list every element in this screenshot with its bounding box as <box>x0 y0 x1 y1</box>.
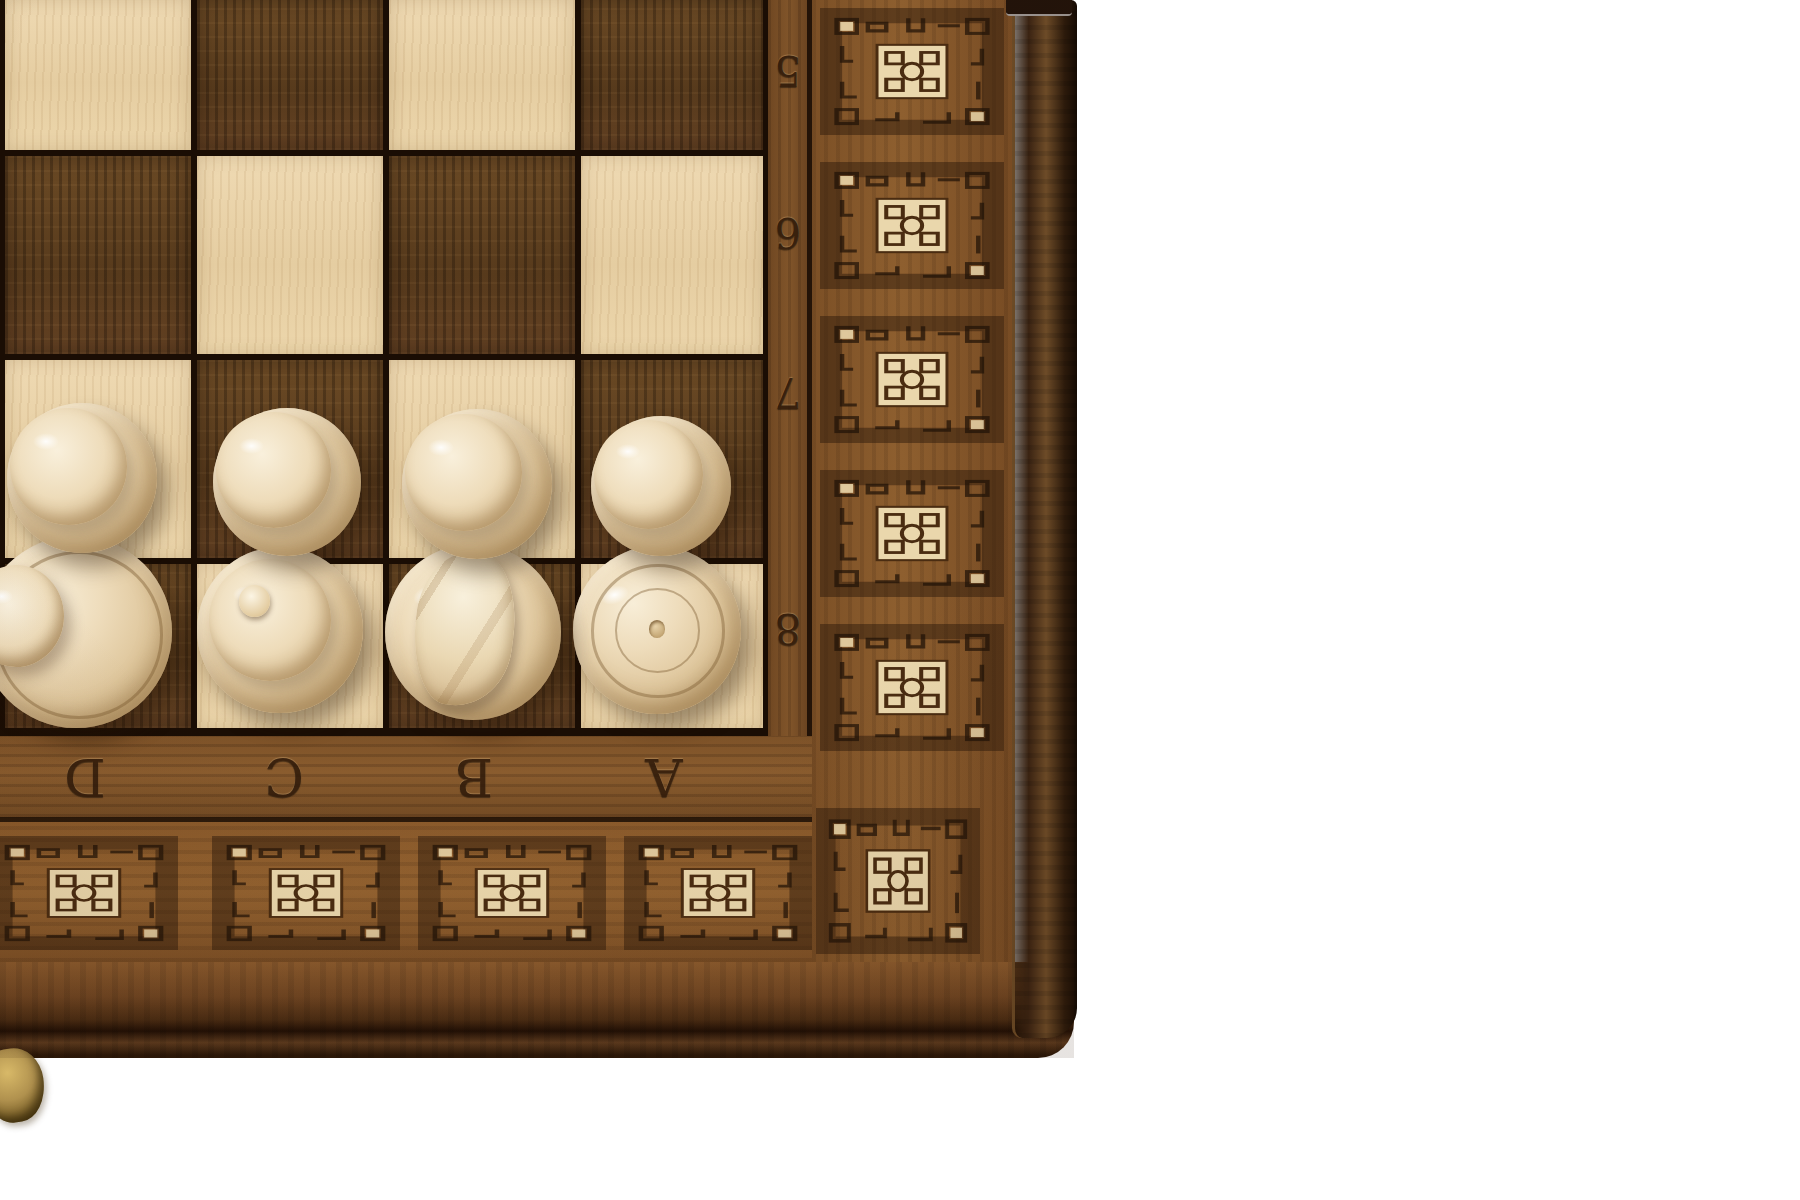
carved-ornament-square <box>816 808 980 954</box>
lid-edge <box>1006 0 1072 16</box>
pawn-dome <box>216 412 331 527</box>
piece-white-rook-a8[interactable] <box>573 546 741 714</box>
rank-label-strip: 5678 <box>768 0 812 736</box>
meander-inlay-icon <box>816 808 980 954</box>
square-a5[interactable] <box>581 0 763 150</box>
piece-white-knight-b8[interactable] <box>385 544 561 720</box>
carved-ornament-square <box>212 836 400 950</box>
carved-ornament-square <box>820 470 1004 597</box>
square-b5[interactable] <box>389 0 575 150</box>
carved-ornament-square <box>418 836 606 950</box>
piece-white-pawn-c7[interactable] <box>213 408 361 556</box>
meander-inlay-icon <box>212 836 400 950</box>
meander-inlay-icon <box>820 470 1004 597</box>
file-label-strip: DCBA <box>0 736 812 822</box>
meander-inlay-icon <box>0 836 178 950</box>
meander-inlay-icon <box>418 836 606 950</box>
square-d6[interactable] <box>5 156 191 354</box>
file-label-c: C <box>264 747 304 807</box>
photo-scene: 5678 DCBA <box>0 0 1800 1200</box>
carved-ornament-square <box>820 162 1004 289</box>
file-label-a: A <box>645 747 683 807</box>
pawn-dome <box>594 420 703 529</box>
rank-label-6: 6 <box>775 208 802 257</box>
meander-inlay-icon <box>820 316 1004 443</box>
carved-ornament-square <box>820 624 1004 751</box>
square-a6[interactable] <box>581 156 763 354</box>
bishop-finial <box>239 585 271 617</box>
box-side-bottom <box>0 962 1074 1058</box>
carved-ornament-square <box>624 836 812 950</box>
piece-white-bishop-c8[interactable] <box>197 547 363 713</box>
meander-inlay-icon <box>820 8 1004 135</box>
square-d5[interactable] <box>5 0 191 150</box>
carved-ornament-square <box>0 836 178 950</box>
carved-ornament-square <box>820 316 1004 443</box>
rank-label-5: 5 <box>775 46 802 95</box>
meander-inlay-icon <box>624 836 812 950</box>
pawn-dome <box>10 408 127 525</box>
piece-white-pawn-b7[interactable] <box>402 409 552 559</box>
box-side-right <box>1012 0 1077 1038</box>
square-c5[interactable] <box>197 0 383 150</box>
chessboard-box: 5678 DCBA <box>0 0 1080 1200</box>
piece-white-pawn-a7[interactable] <box>591 416 731 556</box>
bishop-dome <box>209 559 332 682</box>
file-label-d: D <box>64 747 106 807</box>
carved-ornament-square <box>820 8 1004 135</box>
file-label-b: B <box>455 747 493 807</box>
pawn-dome <box>405 414 522 531</box>
square-b6[interactable] <box>389 156 575 354</box>
knight-carved-head <box>406 546 523 712</box>
meander-inlay-icon <box>820 162 1004 289</box>
piece-white-pawn-d7[interactable] <box>7 403 157 553</box>
square-c6[interactable] <box>197 156 383 354</box>
meander-inlay-icon <box>820 624 1004 751</box>
rank-label-8: 8 <box>775 604 802 653</box>
rank-label-7: 7 <box>775 368 802 417</box>
